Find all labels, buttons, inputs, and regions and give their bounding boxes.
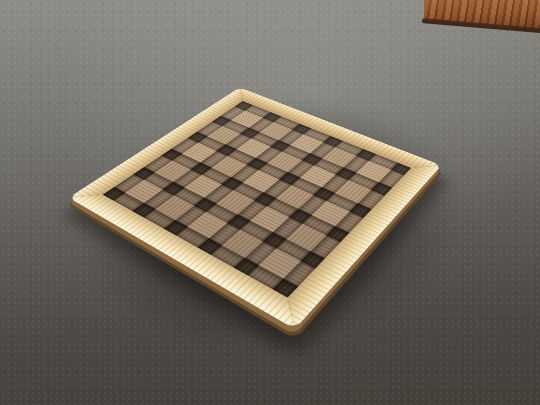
countertop-surface bbox=[0, 0, 540, 405]
